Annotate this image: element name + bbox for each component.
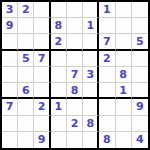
cell-r4c9[interactable] xyxy=(132,51,148,67)
cell-r2c1[interactable]: 9 xyxy=(2,18,18,34)
cell-r5c4[interactable] xyxy=(51,67,67,83)
cell-r6c1[interactable] xyxy=(2,83,18,99)
cell-r7c2[interactable] xyxy=(18,99,34,115)
cell-r6c7[interactable] xyxy=(99,83,115,99)
cell-r9c3[interactable]: 9 xyxy=(34,132,50,148)
cell-r6c9[interactable] xyxy=(132,83,148,99)
cell-r2c3[interactable] xyxy=(34,18,50,34)
cell-r1c2[interactable]: 2 xyxy=(18,2,34,18)
cell-r1c4[interactable] xyxy=(51,2,67,18)
cell-r3c8[interactable] xyxy=(116,34,132,50)
cell-r8c9[interactable] xyxy=(132,116,148,132)
cell-r7c1[interactable]: 7 xyxy=(2,99,18,115)
cell-r6c4[interactable] xyxy=(51,83,67,99)
cell-r1c8[interactable] xyxy=(116,2,132,18)
cell-r4c5[interactable] xyxy=(67,51,83,67)
cell-r3c1[interactable] xyxy=(2,34,18,50)
cell-r3c5[interactable] xyxy=(67,34,83,50)
cell-r4c1[interactable] xyxy=(2,51,18,67)
cell-r8c1[interactable] xyxy=(2,116,18,132)
cell-r8c2[interactable] xyxy=(18,116,34,132)
cell-r9c8[interactable] xyxy=(116,132,132,148)
cell-r6c3[interactable] xyxy=(34,83,50,99)
cell-r3c3[interactable] xyxy=(34,34,50,50)
cell-r7c3[interactable]: 2 xyxy=(34,99,50,115)
cell-r8c3[interactable] xyxy=(34,116,50,132)
cell-r5c9[interactable] xyxy=(132,67,148,83)
cell-r1c3[interactable] xyxy=(34,2,50,18)
cell-r4c2[interactable]: 5 xyxy=(18,51,34,67)
cell-r2c2[interactable] xyxy=(18,18,34,34)
cell-r3c2[interactable] xyxy=(18,34,34,50)
cell-r2c5[interactable] xyxy=(67,18,83,34)
cell-r1c1[interactable]: 3 xyxy=(2,2,18,18)
cell-r9c7[interactable]: 8 xyxy=(99,132,115,148)
cell-r6c6[interactable] xyxy=(83,83,99,99)
cell-r4c8[interactable] xyxy=(116,51,132,67)
cell-r5c7[interactable] xyxy=(99,67,115,83)
cell-r9c2[interactable] xyxy=(18,132,34,148)
cell-r1c9[interactable] xyxy=(132,2,148,18)
cell-r2c4[interactable]: 8 xyxy=(51,18,67,34)
cell-r9c6[interactable] xyxy=(83,132,99,148)
sudoku-board: 321981275572738681721928984 xyxy=(0,0,150,150)
cell-r2c8[interactable] xyxy=(116,18,132,34)
cell-r9c1[interactable] xyxy=(2,132,18,148)
cell-r3c6[interactable] xyxy=(83,34,99,50)
cell-r5c5[interactable]: 7 xyxy=(67,67,83,83)
cell-r5c8[interactable]: 8 xyxy=(116,67,132,83)
cell-r8c6[interactable]: 8 xyxy=(83,116,99,132)
cell-r5c1[interactable] xyxy=(2,67,18,83)
cell-r9c4[interactable] xyxy=(51,132,67,148)
cell-r7c8[interactable] xyxy=(116,99,132,115)
cell-r3c4[interactable]: 2 xyxy=(51,34,67,50)
cell-r5c2[interactable] xyxy=(18,67,34,83)
cell-r7c6[interactable] xyxy=(83,99,99,115)
cell-r3c7[interactable]: 7 xyxy=(99,34,115,50)
cell-r4c6[interactable] xyxy=(83,51,99,67)
cell-r2c6[interactable]: 1 xyxy=(83,18,99,34)
cell-r3c9[interactable]: 5 xyxy=(132,34,148,50)
cell-r7c9[interactable]: 9 xyxy=(132,99,148,115)
cell-r1c5[interactable] xyxy=(67,2,83,18)
cell-r7c4[interactable]: 1 xyxy=(51,99,67,115)
cell-r5c6[interactable]: 3 xyxy=(83,67,99,83)
cell-r8c5[interactable]: 2 xyxy=(67,116,83,132)
cell-r2c7[interactable] xyxy=(99,18,115,34)
cell-r2c9[interactable] xyxy=(132,18,148,34)
cell-r4c7[interactable]: 2 xyxy=(99,51,115,67)
cell-r1c7[interactable]: 1 xyxy=(99,2,115,18)
cell-r6c8[interactable]: 1 xyxy=(116,83,132,99)
cell-r5c3[interactable] xyxy=(34,67,50,83)
cell-r7c5[interactable] xyxy=(67,99,83,115)
cell-r4c3[interactable]: 7 xyxy=(34,51,50,67)
cell-r6c2[interactable]: 6 xyxy=(18,83,34,99)
cell-r4c4[interactable] xyxy=(51,51,67,67)
cell-r1c6[interactable] xyxy=(83,2,99,18)
cell-r8c8[interactable] xyxy=(116,116,132,132)
cell-r9c5[interactable] xyxy=(67,132,83,148)
cell-r8c7[interactable] xyxy=(99,116,115,132)
cell-r7c7[interactable] xyxy=(99,99,115,115)
cell-r6c5[interactable]: 8 xyxy=(67,83,83,99)
cell-r9c9[interactable]: 4 xyxy=(132,132,148,148)
cell-r8c4[interactable] xyxy=(51,116,67,132)
